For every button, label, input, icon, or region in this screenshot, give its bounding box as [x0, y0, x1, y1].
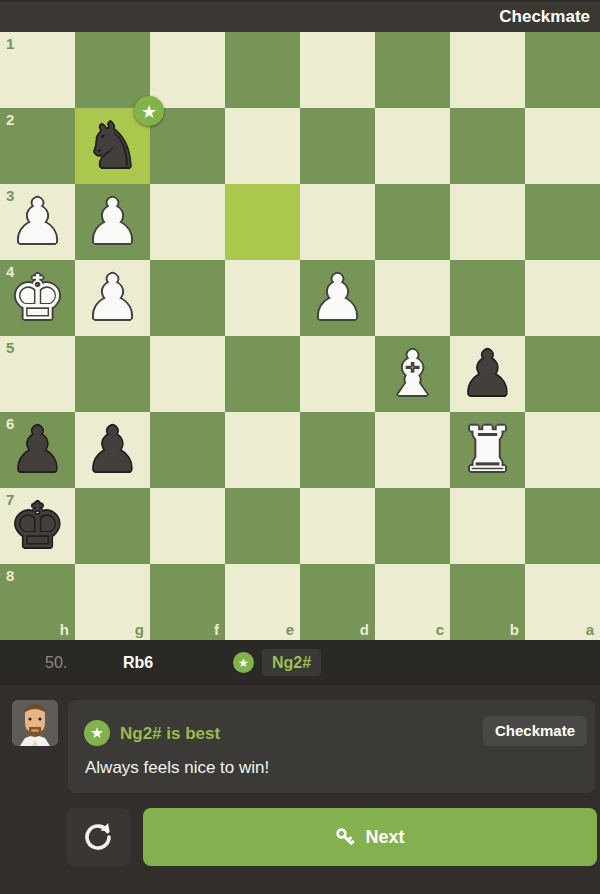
square-a7[interactable]	[525, 488, 600, 564]
square-b8[interactable]: b	[450, 564, 525, 640]
square-c8[interactable]: c	[375, 564, 450, 640]
square-h3[interactable]: 3♟	[0, 184, 75, 260]
square-a4[interactable]	[525, 260, 600, 336]
square-h6[interactable]: 6♟	[0, 412, 75, 488]
square-c2[interactable]	[375, 108, 450, 184]
square-e1[interactable]	[225, 32, 300, 108]
retry-button[interactable]	[66, 808, 130, 866]
file-label-c: c	[436, 622, 444, 637]
square-d6[interactable]	[300, 412, 375, 488]
best-move-star-icon: ★	[134, 96, 164, 126]
square-a1[interactable]	[525, 32, 600, 108]
white-pawn[interactable]: ♟	[85, 184, 141, 260]
square-e8[interactable]: e	[225, 564, 300, 640]
rank-label-1: 1	[6, 36, 14, 51]
chess-board[interactable]: 12♞3♟♟4♚♟♟5♝♟6♟♟♜7♚8hgfedcba★	[0, 32, 600, 640]
square-b4[interactable]	[450, 260, 525, 336]
white-pawn[interactable]: ♟	[85, 260, 141, 336]
square-g6[interactable]: ♟	[75, 412, 150, 488]
square-h7[interactable]: 7♚	[0, 488, 75, 564]
square-g1[interactable]	[75, 32, 150, 108]
square-g4[interactable]: ♟	[75, 260, 150, 336]
move-list-bar: 50. Rb6 ★ Ng2#	[0, 640, 600, 685]
file-label-f: f	[214, 622, 219, 637]
square-c1[interactable]	[375, 32, 450, 108]
square-c6[interactable]	[375, 412, 450, 488]
square-c5[interactable]: ♝	[375, 336, 450, 412]
coach-avatar	[12, 700, 58, 746]
square-d8[interactable]: d	[300, 564, 375, 640]
file-label-g: g	[135, 622, 144, 637]
square-a2[interactable]	[525, 108, 600, 184]
white-bishop[interactable]: ♝	[385, 336, 441, 412]
white-move[interactable]: Rb6	[123, 640, 153, 685]
square-d3[interactable]	[300, 184, 375, 260]
rank-label-8: 8	[6, 568, 14, 583]
rank-label-6: 6	[6, 416, 14, 431]
square-d5[interactable]	[300, 336, 375, 412]
square-e6[interactable]	[225, 412, 300, 488]
square-c7[interactable]	[375, 488, 450, 564]
white-pawn[interactable]: ♟	[310, 260, 366, 336]
square-a3[interactable]	[525, 184, 600, 260]
square-e2[interactable]	[225, 108, 300, 184]
top-bar: Checkmate	[0, 0, 600, 32]
square-h8[interactable]: 8h	[0, 564, 75, 640]
square-f5[interactable]	[150, 336, 225, 412]
square-g5[interactable]	[75, 336, 150, 412]
best-move-star-icon: ★	[233, 652, 254, 673]
coach-comment-card: ★ Ng2# is best Checkmate Always feels ni…	[68, 700, 595, 793]
square-e3[interactable]	[225, 184, 300, 260]
file-label-b: b	[510, 622, 519, 637]
square-g7[interactable]	[75, 488, 150, 564]
square-c3[interactable]	[375, 184, 450, 260]
square-d7[interactable]	[300, 488, 375, 564]
black-pawn[interactable]: ♟	[460, 336, 516, 412]
best-move-title: Ng2# is best	[120, 724, 220, 744]
coach-avatar-illustration	[12, 700, 58, 746]
rank-label-2: 2	[6, 112, 14, 127]
square-f4[interactable]	[150, 260, 225, 336]
square-a8[interactable]: a	[525, 564, 600, 640]
key-icon	[335, 827, 356, 848]
square-h2[interactable]: 2	[0, 108, 75, 184]
square-b7[interactable]	[450, 488, 525, 564]
black-pawn[interactable]: ♟	[85, 412, 141, 488]
next-button-label: Next	[365, 827, 404, 848]
square-d1[interactable]	[300, 32, 375, 108]
square-a6[interactable]	[525, 412, 600, 488]
square-d4[interactable]: ♟	[300, 260, 375, 336]
file-label-e: e	[286, 622, 294, 637]
rank-label-3: 3	[6, 188, 14, 203]
square-f6[interactable]	[150, 412, 225, 488]
square-e7[interactable]	[225, 488, 300, 564]
best-move-star-icon: ★	[84, 720, 110, 746]
square-b3[interactable]	[450, 184, 525, 260]
checkmate-badge: Checkmate	[483, 716, 587, 746]
square-f3[interactable]	[150, 184, 225, 260]
coach-comment-text: Always feels nice to win!	[85, 758, 269, 778]
rank-label-4: 4	[6, 264, 14, 279]
square-c4[interactable]	[375, 260, 450, 336]
white-pawn[interactable]: ♟	[10, 184, 66, 260]
file-label-h: h	[60, 622, 69, 637]
square-h4[interactable]: 4♚	[0, 260, 75, 336]
next-button[interactable]: Next	[143, 808, 597, 866]
square-e4[interactable]	[225, 260, 300, 336]
rank-label-5: 5	[6, 340, 14, 355]
file-label-d: d	[360, 622, 369, 637]
square-h5[interactable]: 5	[0, 336, 75, 412]
app-screen: Checkmate 12♞3♟♟4♚♟♟5♝♟6♟♟♜7♚8hgfedcba★ …	[0, 0, 600, 894]
square-b6[interactable]: ♜	[450, 412, 525, 488]
puzzle-status-title: Checkmate	[499, 7, 600, 27]
square-b1[interactable]	[450, 32, 525, 108]
file-label-a: a	[586, 622, 594, 637]
rank-label-7: 7	[6, 492, 14, 507]
black-king[interactable]: ♚	[10, 488, 66, 564]
move-number: 50.	[45, 640, 67, 685]
square-a5[interactable]	[525, 336, 600, 412]
square-d2[interactable]	[300, 108, 375, 184]
square-b2[interactable]	[450, 108, 525, 184]
white-rook[interactable]: ♜	[460, 412, 516, 488]
square-f8[interactable]: f	[150, 564, 225, 640]
square-f7[interactable]	[150, 488, 225, 564]
square-b5[interactable]: ♟	[450, 336, 525, 412]
black-move[interactable]: Ng2#	[262, 649, 321, 676]
black-knight[interactable]: ♞	[85, 108, 141, 184]
square-g8[interactable]: g	[75, 564, 150, 640]
square-e5[interactable]	[225, 336, 300, 412]
square-f1[interactable]	[150, 32, 225, 108]
square-h1[interactable]: 1	[0, 32, 75, 108]
white-king[interactable]: ♚	[10, 260, 66, 336]
black-pawn[interactable]: ♟	[10, 412, 66, 488]
retry-icon	[84, 822, 112, 852]
square-g3[interactable]: ♟	[75, 184, 150, 260]
